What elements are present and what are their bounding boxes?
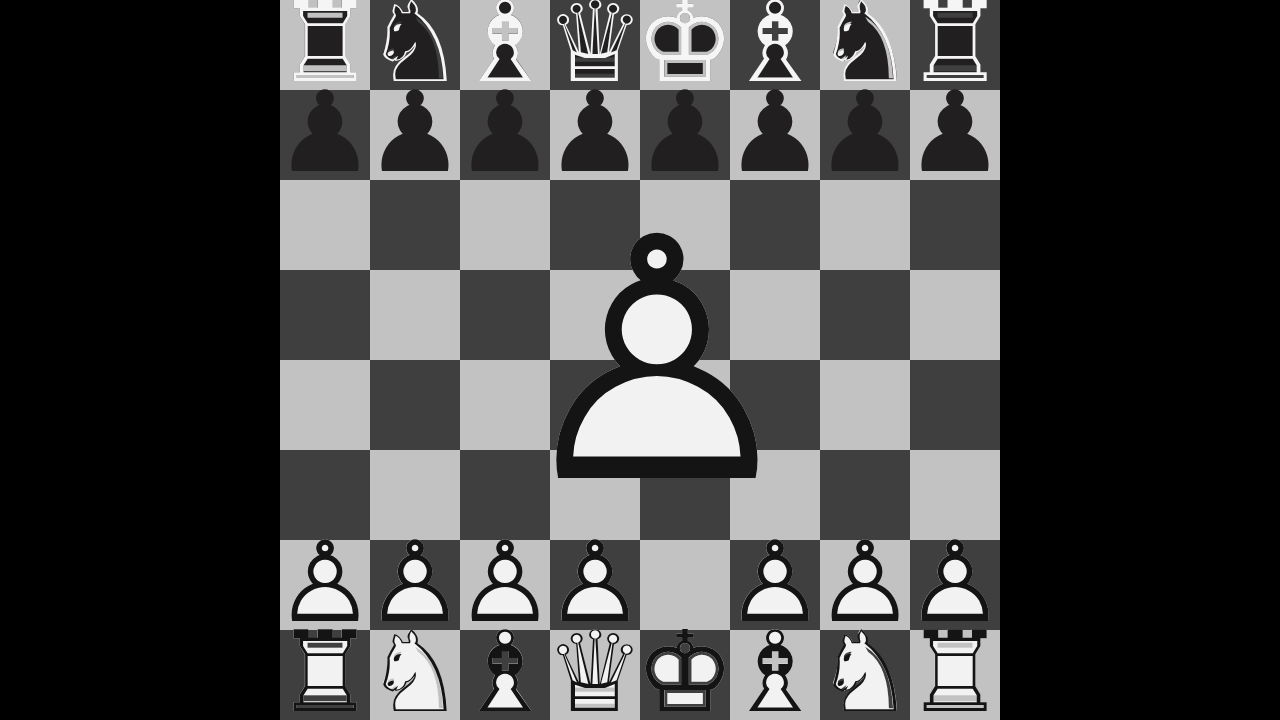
square-a4[interactable]	[280, 360, 370, 450]
piece-white-pawn-detail-glyph: ♙	[506, 193, 807, 529]
piece-white-bishop-detail-glyph: ♗	[725, 616, 825, 720]
letterbox-right	[1000, 0, 1280, 720]
square-h5[interactable]	[910, 270, 1000, 360]
square-e4[interactable]: ♟♙	[640, 360, 730, 450]
piece-white-king[interactable]: ♚♔	[640, 630, 730, 720]
piece-black-pawn-glyph: ♟	[275, 76, 375, 188]
piece-white-bishop-detail-glyph: ♗	[455, 616, 555, 720]
square-b4[interactable]	[370, 360, 460, 450]
piece-black-pawn[interactable]: ♟	[910, 90, 1000, 180]
piece-black-pawn[interactable]: ♟	[820, 90, 910, 180]
square-g7[interactable]: ♟	[820, 90, 910, 180]
piece-white-knight-detail-glyph: ♘	[365, 616, 465, 720]
square-d1[interactable]: ♛♕	[550, 630, 640, 720]
piece-white-rook[interactable]: ♜♖	[280, 630, 370, 720]
square-a7[interactable]: ♟	[280, 90, 370, 180]
chess-board: ♜♖♞♘♝♗♛♕♚♔♝♗♞♘♜♖♟♟♟♟♟♟♟♟♟♙♟♙♟♙♟♙♟♙♟♙♟♙♟♙…	[280, 0, 1000, 720]
square-h4[interactable]	[910, 360, 1000, 450]
piece-black-pawn-glyph: ♟	[815, 76, 915, 188]
square-b6[interactable]	[370, 180, 460, 270]
piece-black-pawn-glyph: ♟	[365, 76, 465, 188]
piece-white-rook-detail-glyph: ♖	[275, 616, 375, 720]
square-a1[interactable]: ♜♖	[280, 630, 370, 720]
piece-black-pawn[interactable]: ♟	[280, 90, 370, 180]
piece-white-knight[interactable]: ♞♘	[370, 630, 460, 720]
square-a5[interactable]	[280, 270, 370, 360]
piece-white-bishop[interactable]: ♝♗	[460, 630, 550, 720]
piece-white-rook[interactable]: ♜♖	[910, 630, 1000, 720]
square-b7[interactable]: ♟	[370, 90, 460, 180]
letterbox-left	[0, 0, 280, 720]
piece-black-pawn[interactable]: ♟	[370, 90, 460, 180]
square-g1[interactable]: ♞♘	[820, 630, 910, 720]
square-c1[interactable]: ♝♗	[460, 630, 550, 720]
piece-white-king-detail-glyph: ♔	[635, 616, 735, 720]
piece-white-queen-detail-glyph: ♕	[545, 616, 645, 720]
square-a6[interactable]	[280, 180, 370, 270]
square-g6[interactable]	[820, 180, 910, 270]
screen: ♜♖♞♘♝♗♛♕♚♔♝♗♞♘♜♖♟♟♟♟♟♟♟♟♟♙♟♙♟♙♟♙♟♙♟♙♟♙♟♙…	[0, 0, 1280, 720]
square-h1[interactable]: ♜♖	[910, 630, 1000, 720]
piece-white-knight[interactable]: ♞♘	[820, 630, 910, 720]
square-b1[interactable]: ♞♘	[370, 630, 460, 720]
square-g5[interactable]	[820, 270, 910, 360]
square-h7[interactable]: ♟	[910, 90, 1000, 180]
piece-white-pawn-enlarged[interactable]: ♟♙	[522, 236, 792, 506]
square-h6[interactable]	[910, 180, 1000, 270]
piece-white-rook-detail-glyph: ♖	[905, 616, 1005, 720]
piece-white-queen[interactable]: ♛♕	[550, 630, 640, 720]
square-g4[interactable]	[820, 360, 910, 450]
square-f1[interactable]: ♝♗	[730, 630, 820, 720]
piece-white-knight-detail-glyph: ♘	[815, 616, 915, 720]
square-b5[interactable]	[370, 270, 460, 360]
piece-white-bishop[interactable]: ♝♗	[730, 630, 820, 720]
square-e1[interactable]: ♚♔	[640, 630, 730, 720]
piece-black-pawn-glyph: ♟	[905, 76, 1005, 188]
